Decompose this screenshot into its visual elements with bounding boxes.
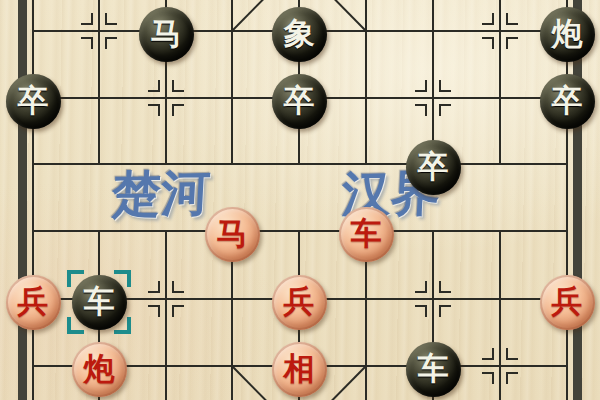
black-soldier-a7[interactable]: 卒 [6, 74, 61, 129]
black-soldier-e7[interactable]: 卒 [272, 74, 327, 129]
red-soldier-e4[interactable]: 兵 [272, 275, 327, 330]
piece-character: 车 [418, 353, 449, 384]
black-cannon-i8[interactable]: 炮 [540, 7, 595, 62]
piece-character: 马 [217, 218, 248, 249]
piece-character: 兵 [552, 286, 583, 317]
piece-character: 相 [284, 353, 315, 384]
red-horse-d5[interactable]: 马 [205, 207, 260, 262]
red-elephant-e3[interactable]: 相 [272, 342, 327, 397]
black-soldier-g6[interactable]: 卒 [406, 140, 461, 195]
piece-character: 炮 [552, 18, 583, 49]
xiangqi-board[interactable]: 楚河 汉界 马象炮卒卒卒卒马车兵车兵兵炮相车 [0, 0, 600, 400]
red-soldier-i4[interactable]: 兵 [540, 275, 595, 330]
board-frame-left [18, 0, 27, 400]
black-elephant-e8[interactable]: 象 [272, 7, 327, 62]
piece-character: 象 [284, 18, 315, 49]
red-soldier-a4[interactable]: 兵 [6, 275, 61, 330]
black-horse-c8[interactable]: 马 [139, 7, 194, 62]
red-chariot-f5[interactable]: 车 [339, 207, 394, 262]
piece-character: 马 [151, 18, 182, 49]
red-cannon-b3[interactable]: 炮 [72, 342, 127, 397]
piece-character: 卒 [284, 85, 315, 116]
black-chariot-g3[interactable]: 车 [406, 342, 461, 397]
black-chariot-b4[interactable]: 车 [72, 275, 127, 330]
piece-character: 兵 [284, 286, 315, 317]
piece-character: 卒 [552, 85, 583, 116]
piece-character: 炮 [84, 353, 115, 384]
black-soldier-i7[interactable]: 卒 [540, 74, 595, 129]
piece-character: 卒 [418, 151, 449, 182]
piece-character: 兵 [18, 286, 49, 317]
piece-character: 车 [351, 218, 382, 249]
piece-character: 车 [84, 286, 115, 317]
piece-character: 卒 [18, 85, 49, 116]
